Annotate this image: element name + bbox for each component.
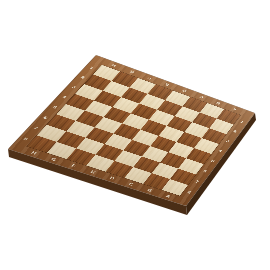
product-photo: HH11GG22FF33EE44DD55CC66BB77AA88 (0, 0, 270, 270)
board-field (27, 65, 241, 196)
chess-board: HH11GG22FF33EE44DD55CC66BB77AA88 (8, 55, 255, 206)
